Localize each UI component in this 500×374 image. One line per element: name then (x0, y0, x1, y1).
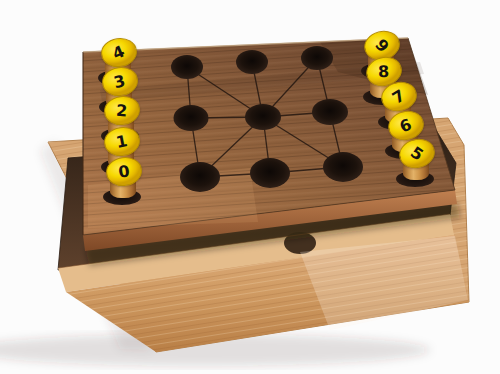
peg-number: 5 (408, 144, 426, 163)
box-front-highlight (300, 236, 468, 330)
board-hole-r1c2[interactable] (236, 50, 268, 74)
board-hole-r2c1[interactable] (174, 105, 209, 131)
board-hole-r1c1[interactable] (171, 55, 203, 79)
board-hole-r1c3[interactable] (301, 46, 333, 70)
peg-number: 0 (117, 163, 130, 180)
board-hole-r3c3[interactable] (323, 152, 363, 182)
peg-number: 8 (378, 63, 390, 79)
peg-number: 3 (113, 72, 127, 90)
peg-number: 1 (115, 133, 129, 151)
peg-number: 6 (398, 116, 414, 135)
peg-number: 9 (372, 36, 391, 55)
peg-number: 4 (111, 43, 128, 62)
board-hole-r2c2[interactable] (245, 104, 281, 130)
peg-0[interactable]: 0 (103, 157, 143, 209)
peg-number: 2 (116, 102, 128, 119)
peg-5[interactable]: 5 (396, 139, 436, 191)
product-photo-wooden-number-tictactoe: 4 3 2 1 0 9 (0, 0, 500, 374)
board-hole-r2c3[interactable] (312, 99, 348, 125)
board-hole-r3c1[interactable] (180, 162, 220, 192)
board-hole-r3c2[interactable] (250, 158, 290, 188)
peg-number: 7 (390, 87, 408, 106)
